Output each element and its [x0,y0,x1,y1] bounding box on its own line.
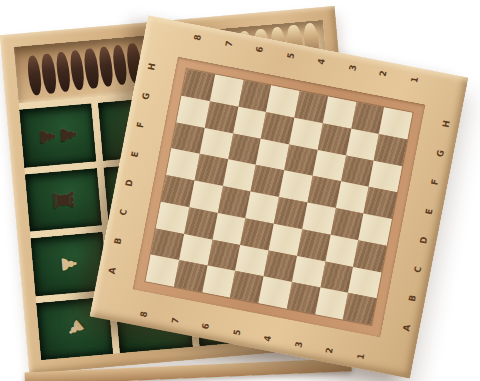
coord-label-left-A: A [94,255,130,285]
board-square [343,293,376,325]
coord-label-top-1: 1 [399,63,430,97]
coord-label-top-8: 8 [182,21,213,55]
dark-checker-disc [55,51,72,92]
dark-checker-disc [40,53,57,94]
dark-checker-disc [97,46,114,87]
coord-label-left-B: B [100,226,136,256]
dark-checker-disc [26,55,43,96]
dark-checker-disc [111,44,128,85]
coord-label-left-F: F [122,110,158,140]
coord-label-left-G: G [128,81,164,111]
coord-label-left-C: C [105,197,141,227]
felt-compartment: ♟♟ [19,104,96,168]
coord-label-bottom-8: 8 [128,297,159,331]
chess-board: 87654321 87654321 HGFEDCBA HGFEDCBA [90,15,468,378]
coord-label-top-6: 6 [244,33,275,67]
coord-label-bottom-2: 2 [314,333,345,367]
board-field [145,69,412,325]
coord-label-left-E: E [117,139,153,169]
box-base-edge [25,358,352,381]
dark-pawn-piece: ♟ [58,125,79,145]
coord-label-right-A: A [389,312,425,342]
coord-label-right-F: F [417,167,453,197]
board-inner-border [133,57,426,338]
dark-pawn-piece: ♟ [37,126,58,146]
coord-label-right-C: C [400,254,436,284]
dark-checker-disc [69,50,86,91]
coord-label-bottom-5: 5 [221,315,252,349]
light-pawn-piece: ♟ [62,315,88,340]
product-photo: ♟♟♝♟♜♞♟♛♟♜♟♟♝ 87654321 87654321 HGFEDCBA… [0,0,480,381]
coord-label-top-7: 7 [213,27,244,61]
dark-checker-disc [83,48,100,89]
coord-label-right-D: D [406,225,442,255]
coord-label-bottom-3: 3 [283,327,314,361]
coord-label-left-D: D [111,168,147,198]
coord-label-bottom-6: 6 [190,309,221,343]
light-pawn-piece: ♟ [58,254,79,274]
coord-label-top-5: 5 [275,39,306,73]
coord-label-left-H: H [134,52,170,82]
dark-rook-piece: ♜ [49,186,78,212]
coord-label-top-4: 4 [306,45,337,79]
coord-label-bottom-1: 1 [345,339,376,373]
felt-compartment: ♜ [25,168,102,232]
coord-label-top-2: 2 [368,57,399,91]
coord-label-bottom-7: 7 [159,303,190,337]
coord-label-right-B: B [394,283,430,313]
coord-label-right-G: G [423,138,459,168]
coord-label-bottom-4: 4 [252,321,283,355]
coord-label-right-E: E [411,196,447,226]
coord-label-right-H: H [428,109,464,139]
coord-label-top-3: 3 [337,51,368,85]
